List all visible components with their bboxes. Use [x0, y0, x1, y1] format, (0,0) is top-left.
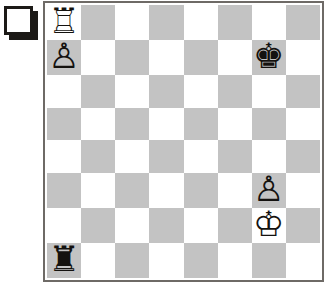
- square-f1[interactable]: [218, 243, 252, 278]
- square-b8[interactable]: [81, 5, 115, 40]
- piece-black-rook: ♜: [48, 242, 79, 277]
- square-h4[interactable]: [286, 140, 320, 173]
- square-b4[interactable]: [81, 140, 115, 173]
- square-h5[interactable]: [286, 108, 320, 141]
- square-c1[interactable]: [115, 243, 149, 278]
- chess-diagram: ♖♙♚♙♔♜: [0, 0, 328, 285]
- square-e6[interactable]: [184, 75, 218, 108]
- square-e7[interactable]: [184, 40, 218, 75]
- square-d6[interactable]: [149, 75, 183, 108]
- square-a2[interactable]: [47, 208, 81, 243]
- square-e8[interactable]: [184, 5, 218, 40]
- square-f5[interactable]: [218, 108, 252, 141]
- square-c8[interactable]: [115, 5, 149, 40]
- square-f6[interactable]: [218, 75, 252, 108]
- square-g8[interactable]: [252, 5, 286, 40]
- square-g1[interactable]: [252, 243, 286, 278]
- square-e2[interactable]: [184, 208, 218, 243]
- square-f4[interactable]: [218, 140, 252, 173]
- square-a6[interactable]: [47, 75, 81, 108]
- square-a8[interactable]: ♖: [47, 5, 81, 40]
- square-d3[interactable]: [149, 173, 183, 208]
- square-h1[interactable]: [286, 243, 320, 278]
- square-b3[interactable]: [81, 173, 115, 208]
- square-c2[interactable]: [115, 208, 149, 243]
- square-f3[interactable]: [218, 173, 252, 208]
- square-f7[interactable]: [218, 40, 252, 75]
- piece-white-pawn: ♙: [253, 172, 284, 207]
- square-f8[interactable]: [218, 5, 252, 40]
- square-g6[interactable]: [252, 75, 286, 108]
- white-to-move-indicator: [4, 6, 33, 35]
- square-c6[interactable]: [115, 75, 149, 108]
- square-d4[interactable]: [149, 140, 183, 173]
- square-d7[interactable]: [149, 40, 183, 75]
- square-e4[interactable]: [184, 140, 218, 173]
- square-d2[interactable]: [149, 208, 183, 243]
- square-g2[interactable]: ♔: [252, 208, 286, 243]
- square-g7[interactable]: ♚: [252, 40, 286, 75]
- square-c4[interactable]: [115, 140, 149, 173]
- square-f2[interactable]: [218, 208, 252, 243]
- square-c5[interactable]: [115, 108, 149, 141]
- square-e1[interactable]: [184, 243, 218, 278]
- square-c7[interactable]: [115, 40, 149, 75]
- square-h8[interactable]: [286, 5, 320, 40]
- square-a3[interactable]: [47, 173, 81, 208]
- square-d5[interactable]: [149, 108, 183, 141]
- square-b2[interactable]: [81, 208, 115, 243]
- piece-white-pawn: ♙: [48, 39, 79, 74]
- square-d1[interactable]: [149, 243, 183, 278]
- square-g3[interactable]: ♙: [252, 173, 286, 208]
- chess-board: ♖♙♚♙♔♜: [43, 1, 324, 282]
- square-c3[interactable]: [115, 173, 149, 208]
- square-h3[interactable]: [286, 173, 320, 208]
- square-b5[interactable]: [81, 108, 115, 141]
- square-a5[interactable]: [47, 108, 81, 141]
- chess-board-grid: ♖♙♚♙♔♜: [47, 5, 320, 278]
- piece-white-rook: ♖: [48, 4, 79, 39]
- square-e5[interactable]: [184, 108, 218, 141]
- piece-white-king: ♔: [253, 207, 284, 242]
- square-b6[interactable]: [81, 75, 115, 108]
- square-h6[interactable]: [286, 75, 320, 108]
- square-e3[interactable]: [184, 173, 218, 208]
- square-b7[interactable]: [81, 40, 115, 75]
- square-h7[interactable]: [286, 40, 320, 75]
- square-d8[interactable]: [149, 5, 183, 40]
- square-a7[interactable]: ♙: [47, 40, 81, 75]
- square-g5[interactable]: [252, 108, 286, 141]
- square-a4[interactable]: [47, 140, 81, 173]
- square-h2[interactable]: [286, 208, 320, 243]
- piece-black-king: ♚: [253, 39, 284, 74]
- square-b1[interactable]: [81, 243, 115, 278]
- square-a1[interactable]: ♜: [47, 243, 81, 278]
